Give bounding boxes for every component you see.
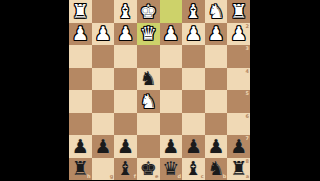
white-knight-piece: ♞ <box>140 91 157 110</box>
rank-label: 6 <box>246 114 249 119</box>
square-b4[interactable] <box>205 68 228 91</box>
square-c6[interactable] <box>182 113 205 136</box>
square-e2[interactable]: ♛ <box>137 23 160 46</box>
square-a1[interactable]: ♜ <box>227 0 250 23</box>
square-c5[interactable] <box>182 90 205 113</box>
square-f3[interactable] <box>114 45 137 68</box>
white-bishop-piece: ♝ <box>185 1 202 20</box>
white-pawn-piece: ♟ <box>208 24 225 43</box>
black-pawn-piece: ♟ <box>162 136 179 155</box>
black-bishop-piece: ♝ <box>117 159 134 178</box>
square-e3[interactable] <box>137 45 160 68</box>
black-pawn-piece: ♟ <box>185 136 202 155</box>
white-rook-piece: ♜ <box>230 1 247 20</box>
white-knight-piece: ♞ <box>208 1 225 20</box>
square-e4[interactable]: ♞ <box>137 68 160 91</box>
white-bishop-piece: ♝ <box>117 1 134 20</box>
black-knight-piece: ♞ <box>140 69 157 88</box>
square-c3[interactable] <box>182 45 205 68</box>
square-d7[interactable]: ♟ <box>160 135 183 158</box>
square-e6[interactable] <box>137 113 160 136</box>
rank-label: 5 <box>246 91 249 96</box>
square-f4[interactable] <box>114 68 137 91</box>
white-queen-piece: ♛ <box>140 24 157 43</box>
square-d3[interactable] <box>160 45 183 68</box>
square-g3[interactable] <box>92 45 115 68</box>
black-queen-piece: ♛ <box>162 159 179 178</box>
screenshot-stage: ♜♝♚♝♞♜♟♟♟♛♟♟♟♟23♞4♞56♟♟♟♟♟♟♟7♜hg♝f♚e♛d♝c… <box>0 0 320 180</box>
square-e5[interactable]: ♞ <box>137 90 160 113</box>
square-f7[interactable]: ♟ <box>114 135 137 158</box>
square-c2[interactable]: ♟ <box>182 23 205 46</box>
square-c4[interactable] <box>182 68 205 91</box>
square-c8[interactable]: ♝c <box>182 158 205 181</box>
square-a2[interactable]: ♟2 <box>227 23 250 46</box>
square-g1[interactable] <box>92 0 115 23</box>
square-h8[interactable]: ♜h <box>69 158 92 181</box>
square-g5[interactable] <box>92 90 115 113</box>
letterbox-right <box>250 0 320 180</box>
square-a6[interactable]: 6 <box>227 113 250 136</box>
white-pawn-piece: ♟ <box>230 24 247 43</box>
square-g4[interactable] <box>92 68 115 91</box>
white-pawn-piece: ♟ <box>72 24 89 43</box>
square-h2[interactable]: ♟ <box>69 23 92 46</box>
square-d2[interactable]: ♟ <box>160 23 183 46</box>
black-rook-piece: ♜ <box>230 159 247 178</box>
square-g8[interactable]: g <box>92 158 115 181</box>
square-b5[interactable] <box>205 90 228 113</box>
square-e7[interactable] <box>137 135 160 158</box>
black-pawn-piece: ♟ <box>230 136 247 155</box>
square-f6[interactable] <box>114 113 137 136</box>
square-a5[interactable]: 5 <box>227 90 250 113</box>
square-b7[interactable]: ♟ <box>205 135 228 158</box>
white-pawn-piece: ♟ <box>94 24 111 43</box>
square-h1[interactable]: ♜ <box>69 0 92 23</box>
white-pawn-piece: ♟ <box>117 24 134 43</box>
square-g6[interactable] <box>92 113 115 136</box>
square-h5[interactable] <box>69 90 92 113</box>
square-b8[interactable]: ♞b <box>205 158 228 181</box>
black-rook-piece: ♜ <box>72 159 89 178</box>
black-king-piece: ♚ <box>140 159 157 178</box>
square-g7[interactable]: ♟ <box>92 135 115 158</box>
square-h6[interactable] <box>69 113 92 136</box>
square-b6[interactable] <box>205 113 228 136</box>
square-d5[interactable] <box>160 90 183 113</box>
square-g2[interactable]: ♟ <box>92 23 115 46</box>
square-d6[interactable] <box>160 113 183 136</box>
square-a4[interactable]: 4 <box>227 68 250 91</box>
rank-label: 4 <box>246 69 249 74</box>
square-a8[interactable]: ♜8a <box>227 158 250 181</box>
square-h7[interactable]: ♟ <box>69 135 92 158</box>
square-b1[interactable]: ♞ <box>205 0 228 23</box>
square-d4[interactable] <box>160 68 183 91</box>
black-pawn-piece: ♟ <box>72 136 89 155</box>
square-h4[interactable] <box>69 68 92 91</box>
square-f1[interactable]: ♝ <box>114 0 137 23</box>
square-e1[interactable]: ♚ <box>137 0 160 23</box>
square-f5[interactable] <box>114 90 137 113</box>
black-pawn-piece: ♟ <box>94 136 111 155</box>
black-knight-piece: ♞ <box>208 159 225 178</box>
square-f8[interactable]: ♝f <box>114 158 137 181</box>
white-king-piece: ♚ <box>140 1 157 20</box>
black-pawn-piece: ♟ <box>117 136 134 155</box>
rank-label: 3 <box>246 46 249 51</box>
black-pawn-piece: ♟ <box>208 136 225 155</box>
square-a3[interactable]: 3 <box>227 45 250 68</box>
square-b2[interactable]: ♟ <box>205 23 228 46</box>
file-label: g <box>110 174 114 179</box>
square-b3[interactable] <box>205 45 228 68</box>
square-d1[interactable] <box>160 0 183 23</box>
white-rook-piece: ♜ <box>72 1 89 20</box>
square-a7[interactable]: ♟7 <box>227 135 250 158</box>
square-e8[interactable]: ♚e <box>137 158 160 181</box>
white-pawn-piece: ♟ <box>185 24 202 43</box>
square-d8[interactable]: ♛d <box>160 158 183 181</box>
square-c7[interactable]: ♟ <box>182 135 205 158</box>
square-f2[interactable]: ♟ <box>114 23 137 46</box>
black-bishop-piece: ♝ <box>185 159 202 178</box>
square-c1[interactable]: ♝ <box>182 0 205 23</box>
square-h3[interactable] <box>69 45 92 68</box>
white-pawn-piece: ♟ <box>162 24 179 43</box>
chess-board: ♜♝♚♝♞♜♟♟♟♛♟♟♟♟23♞4♞56♟♟♟♟♟♟♟7♜hg♝f♚e♛d♝c… <box>69 0 250 180</box>
letterbox-left <box>0 0 69 180</box>
